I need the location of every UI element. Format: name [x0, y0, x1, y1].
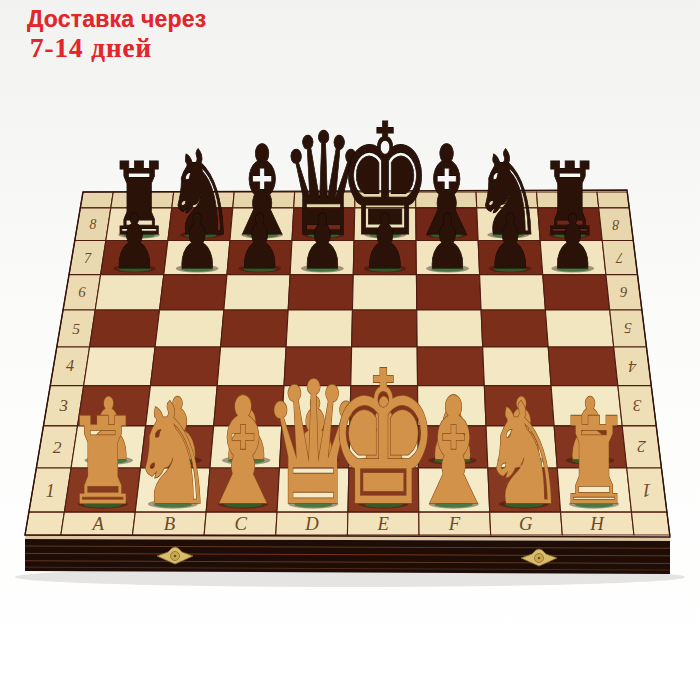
delivery-banner: Доставка через 7-14 дней	[27, 6, 206, 65]
delivery-banner-line1: Доставка через	[27, 6, 206, 33]
frame-cell	[25, 512, 64, 535]
svg-text:♜: ♜	[557, 392, 630, 531]
rank-label-right-2: 2	[637, 437, 646, 457]
piece-black-p-f7: ♟	[425, 197, 471, 285]
svg-text:♟: ♟	[362, 197, 408, 285]
svg-text:♟: ♟	[425, 197, 471, 285]
product-photo: Доставка через 7-14 дней 887766554433221…	[0, 0, 700, 700]
piece-white-r-a1: ♜	[66, 392, 139, 531]
svg-text:♞: ♞	[481, 373, 566, 536]
chessboard-scene: 8877665544332211ABCDEFGHABCDEFGH♜♞♝♛♚♝♞♜…	[0, 0, 700, 700]
svg-text:♟: ♟	[112, 197, 158, 285]
rank-label-right-4: 4	[628, 357, 636, 375]
rank-label-left-1: 1	[46, 480, 55, 501]
rank-label-right-3: 3	[633, 396, 642, 415]
piece-black-p-d7: ♟	[299, 197, 345, 285]
svg-text:♟: ♟	[299, 197, 345, 285]
piece-black-p-a7: ♟	[112, 197, 158, 285]
svg-text:♟: ♟	[174, 197, 220, 285]
delivery-banner-line2: 7-14 дней	[30, 33, 206, 65]
svg-text:♜: ♜	[66, 392, 139, 531]
square-a5	[90, 310, 160, 347]
square-c5	[221, 310, 289, 347]
frame-cell	[597, 192, 629, 208]
rank-label-left-8: 8	[90, 217, 97, 232]
rank-label-right-6: 6	[619, 284, 627, 300]
rank-label-left-4: 4	[66, 357, 74, 375]
frame-cell	[631, 512, 669, 535]
square-h5	[545, 310, 613, 347]
svg-text:♟: ♟	[487, 197, 533, 285]
rank-label-left-7: 7	[84, 250, 92, 266]
piece-black-p-g7: ♟	[487, 197, 533, 285]
svg-text:♟: ♟	[237, 197, 283, 285]
rank-label-left-2: 2	[53, 437, 62, 457]
piece-black-p-h7: ♟	[550, 197, 596, 285]
rank-label-right-1: 1	[642, 480, 651, 501]
rank-label-left-5: 5	[72, 320, 80, 337]
piece-black-p-e7: ♟	[362, 197, 408, 285]
square-g5	[481, 310, 548, 347]
piece-white-n-g1: ♞	[481, 373, 566, 536]
rank-label-left-6: 6	[78, 284, 86, 300]
svg-text:♟: ♟	[550, 197, 596, 285]
piece-black-p-c7: ♟	[237, 197, 283, 285]
rank-label-right-7: 7	[615, 250, 623, 266]
rank-label-right-5: 5	[624, 320, 632, 337]
square-b5	[155, 310, 224, 347]
piece-black-p-b7: ♟	[174, 197, 220, 285]
rank-label-right-8: 8	[612, 217, 619, 232]
piece-white-r-h1: ♜	[557, 392, 630, 531]
